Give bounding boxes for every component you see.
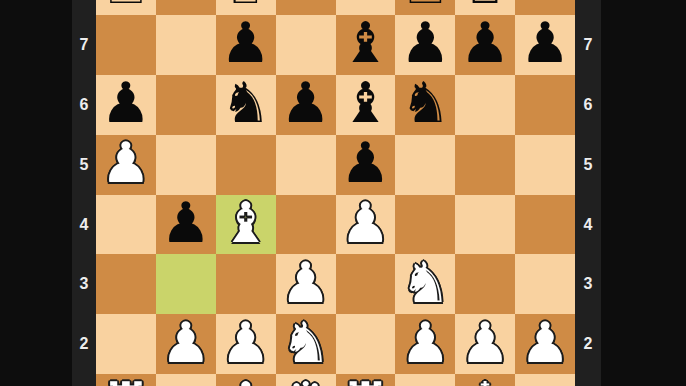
piece-black-pawn[interactable]: ♟ — [515, 15, 575, 75]
piece-white-pawn[interactable]: ♟ — [455, 314, 515, 374]
piece-black-bishop[interactable]: ♝ — [336, 15, 396, 75]
square-f7[interactable]: ♟ — [395, 15, 455, 75]
square-d6[interactable]: ♟ — [276, 75, 336, 135]
square-h2[interactable]: ♟ — [515, 314, 575, 374]
square-g5[interactable] — [455, 135, 515, 195]
square-a4[interactable] — [96, 195, 156, 255]
square-d3[interactable]: ♟ — [276, 254, 336, 314]
square-h6[interactable] — [515, 75, 575, 135]
square-b7[interactable] — [156, 15, 216, 75]
rank-label-6: 6 — [575, 75, 601, 135]
piece-white-bishop[interactable]: ♝ — [216, 195, 276, 255]
piece-white-pawn[interactable]: ♟ — [276, 254, 336, 314]
square-b5[interactable] — [156, 135, 216, 195]
square-a3[interactable] — [96, 254, 156, 314]
piece-black-pawn[interactable]: ♟ — [96, 75, 156, 135]
square-a6[interactable]: ♟ — [96, 75, 156, 135]
square-f1[interactable] — [395, 374, 455, 386]
rank-label-5: 5 — [575, 135, 601, 195]
square-c3[interactable] — [216, 254, 276, 314]
square-b3[interactable] — [156, 254, 216, 314]
square-b8[interactable] — [156, 0, 216, 15]
square-g4[interactable] — [455, 195, 515, 255]
square-g6[interactable] — [455, 75, 515, 135]
piece-black-knight[interactable]: ♞ — [216, 75, 276, 135]
piece-white-knight[interactable]: ♞ — [276, 314, 336, 374]
square-c1[interactable]: ♝ — [216, 374, 276, 386]
square-h3[interactable] — [515, 254, 575, 314]
square-a7[interactable] — [96, 15, 156, 75]
square-g3[interactable] — [455, 254, 515, 314]
piece-black-pawn[interactable]: ♟ — [156, 195, 216, 255]
rank-label-5: 5 — [72, 135, 96, 195]
square-a1[interactable]: ♜ — [96, 374, 156, 386]
square-a2[interactable] — [96, 314, 156, 374]
square-d7[interactable] — [276, 15, 336, 75]
piece-white-pawn[interactable]: ♟ — [96, 135, 156, 195]
piece-black-rook[interactable]: ♜ — [96, 0, 156, 15]
piece-black-pawn[interactable]: ♟ — [216, 15, 276, 75]
square-e7[interactable]: ♝ — [336, 15, 396, 75]
piece-white-pawn[interactable]: ♟ — [515, 314, 575, 374]
square-c7[interactable]: ♟ — [216, 15, 276, 75]
square-g1[interactable]: ♚ — [455, 374, 515, 386]
square-c5[interactable] — [216, 135, 276, 195]
chess-board[interactable]: ♜♛♜♚♟♝♟♟♟♟♞♟♝♞♟♟♟♝♟♟♞♟♟♞♟♟♟♜♝♛♜♚ — [96, 0, 575, 386]
piece-white-bishop[interactable]: ♝ — [216, 374, 276, 386]
square-h1[interactable] — [515, 374, 575, 386]
rank-label-2: 2 — [72, 314, 96, 374]
piece-white-pawn[interactable]: ♟ — [156, 314, 216, 374]
square-e4[interactable]: ♟ — [336, 195, 396, 255]
piece-white-knight[interactable]: ♞ — [395, 254, 455, 314]
square-f3[interactable]: ♞ — [395, 254, 455, 314]
square-a8[interactable]: ♜ — [96, 0, 156, 15]
piece-white-rook[interactable]: ♜ — [336, 374, 396, 386]
rank-labels-left: 765432 — [72, 0, 96, 386]
square-d4[interactable] — [276, 195, 336, 255]
piece-black-pawn[interactable]: ♟ — [455, 15, 515, 75]
rank-label-7: 7 — [575, 15, 601, 75]
square-f4[interactable] — [395, 195, 455, 255]
square-f2[interactable]: ♟ — [395, 314, 455, 374]
square-c2[interactable]: ♟ — [216, 314, 276, 374]
piece-black-pawn[interactable]: ♟ — [336, 135, 396, 195]
rank-label-3: 3 — [575, 255, 601, 315]
rank-label-3: 3 — [72, 255, 96, 315]
square-e1[interactable]: ♜ — [336, 374, 396, 386]
square-c6[interactable]: ♞ — [216, 75, 276, 135]
square-d1[interactable]: ♛ — [276, 374, 336, 386]
rank-label-6: 6 — [72, 75, 96, 135]
square-e5[interactable]: ♟ — [336, 135, 396, 195]
square-d5[interactable] — [276, 135, 336, 195]
square-f5[interactable] — [395, 135, 455, 195]
square-h4[interactable] — [515, 195, 575, 255]
piece-black-pawn[interactable]: ♟ — [395, 15, 455, 75]
piece-white-queen[interactable]: ♛ — [276, 374, 336, 386]
piece-white-rook[interactable]: ♜ — [96, 374, 156, 386]
square-b4[interactable]: ♟ — [156, 195, 216, 255]
piece-black-knight[interactable]: ♞ — [395, 75, 455, 135]
piece-white-king[interactable]: ♚ — [455, 374, 515, 386]
square-e6[interactable]: ♝ — [336, 75, 396, 135]
square-h7[interactable]: ♟ — [515, 15, 575, 75]
square-b1[interactable] — [156, 374, 216, 386]
piece-white-pawn[interactable]: ♟ — [216, 314, 276, 374]
square-e2[interactable] — [336, 314, 396, 374]
square-g7[interactable]: ♟ — [455, 15, 515, 75]
piece-black-pawn[interactable]: ♟ — [276, 75, 336, 135]
rank-label-4: 4 — [575, 195, 601, 255]
square-d2[interactable]: ♞ — [276, 314, 336, 374]
piece-white-pawn[interactable]: ♟ — [395, 314, 455, 374]
square-e3[interactable] — [336, 254, 396, 314]
rank-label-7: 7 — [72, 15, 96, 75]
square-h5[interactable] — [515, 135, 575, 195]
square-d8[interactable] — [276, 0, 336, 15]
piece-black-bishop[interactable]: ♝ — [336, 75, 396, 135]
rank-label-2: 2 — [575, 314, 601, 374]
piece-white-pawn[interactable]: ♟ — [336, 195, 396, 255]
square-f6[interactable]: ♞ — [395, 75, 455, 135]
rank-labels-right: 765432 — [575, 0, 601, 386]
square-a5[interactable]: ♟ — [96, 135, 156, 195]
video-frame: ♜♛♜♚♟♝♟♟♟♟♞♟♝♞♟♟♟♝♟♟♞♟♟♞♟♟♟♜♝♛♜♚ 765432 … — [0, 0, 686, 386]
rank-label-4: 4 — [72, 195, 96, 255]
square-g2[interactable]: ♟ — [455, 314, 515, 374]
square-b6[interactable] — [156, 75, 216, 135]
square-c4[interactable]: ♝ — [216, 195, 276, 255]
square-b2[interactable]: ♟ — [156, 314, 216, 374]
